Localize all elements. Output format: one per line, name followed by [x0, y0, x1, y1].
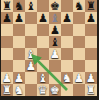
square-f6[interactable] [61, 24, 73, 36]
piece-white-pawn-c3[interactable]: ♟ [25, 60, 37, 72]
square-g4[interactable] [73, 48, 85, 60]
piece-white-pawn-e4[interactable]: ♟ [49, 48, 61, 60]
piece-black-pawn-h7[interactable]: ♟ [85, 12, 97, 24]
square-g2[interactable]: ♟ [73, 72, 85, 84]
square-c6[interactable] [25, 24, 37, 36]
square-d5[interactable] [37, 36, 49, 48]
square-a7[interactable]: ♟ [1, 12, 13, 24]
piece-white-rook-a1[interactable]: ♜ [1, 84, 13, 96]
piece-white-queen-d1[interactable]: ♛ [37, 84, 49, 96]
square-g7[interactable] [73, 12, 85, 24]
square-f1[interactable] [61, 84, 73, 96]
square-e3[interactable] [49, 60, 61, 72]
square-g6[interactable] [73, 24, 85, 36]
square-a6[interactable] [1, 24, 13, 36]
square-e4[interactable]: ♟ [49, 48, 61, 60]
piece-black-pawn-a7[interactable]: ♟ [1, 12, 13, 24]
piece-black-pawn-b7[interactable]: ♟ [13, 12, 25, 24]
square-a5[interactable] [1, 36, 13, 48]
square-g8[interactable]: ♞ [73, 0, 85, 12]
square-b6[interactable] [13, 24, 25, 36]
square-h5[interactable] [85, 36, 97, 48]
square-g5[interactable] [73, 36, 85, 48]
piece-white-knight-b1[interactable]: ♞ [13, 84, 25, 96]
square-h6[interactable] [85, 24, 97, 36]
square-h7[interactable]: ♟ [85, 12, 97, 24]
square-h4[interactable] [85, 48, 97, 60]
square-g1[interactable] [73, 84, 85, 96]
square-h1[interactable]: ♜ [85, 84, 97, 96]
square-a4[interactable] [1, 48, 13, 60]
piece-white-knight-f2[interactable]: ♞ [61, 72, 73, 84]
piece-white-rook-h1[interactable]: ♜ [85, 84, 97, 96]
square-b4[interactable] [13, 48, 25, 60]
square-f4[interactable] [61, 48, 73, 60]
square-d6[interactable] [37, 24, 49, 36]
square-e1[interactable]: ♚ [49, 84, 61, 96]
piece-white-king-e1[interactable]: ♚ [49, 84, 61, 96]
square-f7[interactable]: ♟ [61, 12, 73, 24]
square-c1[interactable] [25, 84, 37, 96]
square-b7[interactable]: ♟ [13, 12, 25, 24]
piece-black-pawn-d7[interactable]: ♟ [37, 12, 49, 24]
square-c7[interactable] [25, 12, 37, 24]
chess-board[interactable]: ♜♞♝♚♞♜♟♟♟♝♟♟♟♝♝♟♟♟♟♝♞♟♟♜♞♛♚♜ [1, 0, 97, 96]
square-f5[interactable] [61, 36, 73, 48]
square-b1[interactable]: ♞ [13, 84, 25, 96]
piece-white-pawn-g2[interactable]: ♟ [73, 72, 85, 84]
square-d4[interactable] [37, 48, 49, 60]
piece-black-knight-g8[interactable]: ♞ [73, 0, 85, 12]
square-d1[interactable]: ♛ [37, 84, 49, 96]
square-c8[interactable]: ♝ [25, 0, 37, 12]
square-a1[interactable]: ♜ [1, 84, 13, 96]
piece-black-bishop-c8[interactable]: ♝ [25, 0, 37, 12]
square-f2[interactable]: ♞ [61, 72, 73, 84]
square-c3[interactable]: ♟ [25, 60, 37, 72]
square-b5[interactable] [13, 36, 25, 48]
piece-black-pawn-f7[interactable]: ♟ [61, 12, 73, 24]
square-d7[interactable]: ♟ [37, 12, 49, 24]
square-c2[interactable] [25, 72, 37, 84]
